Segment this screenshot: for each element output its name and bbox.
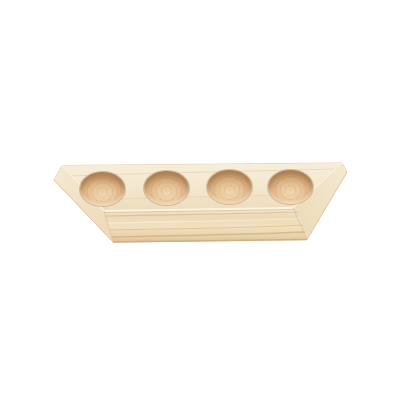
pit-4[interactable] bbox=[268, 170, 313, 204]
pit-grid bbox=[79, 170, 314, 206]
pit-3[interactable] bbox=[207, 170, 252, 204]
pit-2[interactable] bbox=[144, 171, 189, 205]
pit-1[interactable] bbox=[80, 172, 125, 206]
product-photo-stage bbox=[0, 0, 400, 400]
